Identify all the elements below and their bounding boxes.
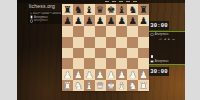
- square-e8[interactable]: ♚: [106, 4, 117, 15]
- square-c2[interactable]: ♟: [84, 69, 95, 80]
- square-d2[interactable]: ♟: [95, 69, 106, 80]
- player-bottom-color-icon: [150, 60, 154, 64]
- black-rook[interactable]: ♜: [63, 5, 72, 15]
- square-b6[interactable]: [73, 26, 84, 37]
- white-pawn[interactable]: ♟: [96, 70, 105, 80]
- black-bishop[interactable]: ♝: [118, 5, 127, 15]
- square-d6[interactable]: [95, 26, 106, 37]
- square-a8[interactable]: ♜: [62, 4, 73, 15]
- black-pawn[interactable]: ♟: [96, 16, 105, 26]
- black-pawn[interactable]: ♟: [139, 16, 148, 26]
- square-d4[interactable]: [95, 48, 106, 59]
- black-pawn[interactable]: ♟: [63, 16, 72, 26]
- black-rook[interactable]: ♜: [139, 5, 148, 15]
- white-queen[interactable]: ♛: [96, 81, 105, 91]
- square-a6[interactable]: [62, 26, 73, 37]
- square-c6[interactable]: [84, 26, 95, 37]
- square-b5[interactable]: [73, 37, 84, 48]
- next-move-icon[interactable]: ▶: [168, 38, 170, 41]
- chess-board[interactable]: ♜♞♝♛♚♝♞♜♟♟♟♟♟♟♟♟♟♟♟♟♟♟♟♟♜♞♝♛♚♝♞♜: [62, 4, 149, 91]
- square-c3[interactable]: [84, 58, 95, 69]
- top-nav-links[interactable]: [105, 1, 137, 2]
- square-g8[interactable]: ♞: [127, 4, 138, 15]
- square-b2[interactable]: ♟: [73, 69, 84, 80]
- square-f6[interactable]: [116, 26, 127, 37]
- square-h1[interactable]: ♜: [138, 80, 149, 91]
- prev-move-icon[interactable]: ◀: [164, 38, 166, 41]
- square-a7[interactable]: ♟: [62, 15, 73, 26]
- square-f1[interactable]: ♝: [116, 80, 127, 91]
- square-a4[interactable]: [62, 48, 73, 59]
- black-pawn[interactable]: ♟: [85, 16, 94, 26]
- square-e3[interactable]: [106, 58, 117, 69]
- white-pawn[interactable]: ♟: [74, 70, 83, 80]
- black-pawn[interactable]: ♟: [118, 16, 127, 26]
- square-g4[interactable]: [127, 48, 138, 59]
- square-g5[interactable]: [127, 37, 138, 48]
- square-d7[interactable]: ♟: [95, 15, 106, 26]
- black-pawn[interactable]: ♟: [128, 16, 137, 26]
- white-knight[interactable]: ♞: [74, 81, 83, 91]
- square-b8[interactable]: ♞: [73, 4, 84, 15]
- square-b1[interactable]: ♞: [73, 80, 84, 91]
- square-g6[interactable]: [127, 26, 138, 37]
- square-f3[interactable]: [116, 58, 127, 69]
- clock-bottom: 30:00: [149, 67, 169, 76]
- square-h7[interactable]: ♟: [138, 15, 149, 26]
- white-pawn[interactable]: ♟: [118, 70, 127, 80]
- square-c8[interactable]: ♝: [84, 4, 95, 15]
- black-color-icon: [30, 19, 34, 23]
- square-b3[interactable]: [73, 58, 84, 69]
- square-b7[interactable]: ♟: [73, 15, 84, 26]
- white-pawn[interactable]: ♟: [85, 70, 94, 80]
- square-e1[interactable]: ♚: [106, 80, 117, 91]
- square-h3[interactable]: [138, 58, 149, 69]
- square-h6[interactable]: [138, 26, 149, 37]
- square-a5[interactable]: [62, 37, 73, 48]
- square-f5[interactable]: [116, 37, 127, 48]
- square-e7[interactable]: ♟: [106, 15, 117, 26]
- chat-icon[interactable]: [151, 55, 153, 57]
- white-bishop[interactable]: ♝: [85, 81, 94, 91]
- white-rook[interactable]: ♜: [63, 81, 72, 91]
- black-knight[interactable]: ♞: [128, 5, 137, 15]
- square-f2[interactable]: ♟: [116, 69, 127, 80]
- square-c1[interactable]: ♝: [84, 80, 95, 91]
- first-move-icon[interactable]: ⏮: [159, 38, 162, 41]
- square-a2[interactable]: ♟: [62, 69, 73, 80]
- square-e2[interactable]: ♟: [106, 69, 117, 80]
- square-f8[interactable]: ♝: [116, 4, 127, 15]
- black-bishop[interactable]: ♝: [85, 5, 94, 15]
- square-f7[interactable]: ♟: [116, 15, 127, 26]
- game-info-box: ◷ 30+0 • Casual • Classical Anonymous An…: [28, 11, 62, 24]
- square-e6[interactable]: [106, 26, 117, 37]
- square-g2[interactable]: ♟: [127, 69, 138, 80]
- square-b4[interactable]: [73, 48, 84, 59]
- white-pawn[interactable]: ♟: [139, 70, 148, 80]
- site-logo[interactable]: lichess.org: [29, 4, 55, 9]
- square-c7[interactable]: ♟: [84, 15, 95, 26]
- clock-top: 30:00: [149, 21, 169, 30]
- square-f4[interactable]: [116, 48, 127, 59]
- square-e5[interactable]: [106, 37, 117, 48]
- black-king[interactable]: ♚: [107, 5, 116, 15]
- game-side-panel: Anonymous ⏮ ◀ ▶ ⏭ Anonymous: [149, 31, 185, 65]
- last-move-icon[interactable]: ⏭: [172, 38, 175, 41]
- white-bishop[interactable]: ♝: [118, 81, 127, 91]
- white-rook[interactable]: ♜: [139, 81, 148, 91]
- lichess-game-page: lichess.org ◷ 30+0 • Casual • Classical …: [0, 0, 200, 100]
- black-player-line[interactable]: Anonymous: [30, 19, 61, 23]
- square-h2[interactable]: ♟: [138, 69, 149, 80]
- square-e4[interactable]: [106, 48, 117, 59]
- square-h8[interactable]: ♜: [138, 4, 149, 15]
- move-list: [149, 41, 185, 58]
- white-pawn[interactable]: ♟: [128, 70, 137, 80]
- square-d8[interactable]: ♛: [95, 4, 106, 15]
- player-top-color-icon: [150, 33, 154, 37]
- white-pawn[interactable]: ♟: [107, 70, 116, 80]
- square-c4[interactable]: [84, 48, 95, 59]
- square-h5[interactable]: [138, 37, 149, 48]
- square-a3[interactable]: [62, 58, 73, 69]
- square-c5[interactable]: [84, 37, 95, 48]
- square-h4[interactable]: [138, 48, 149, 59]
- black-pawn[interactable]: ♟: [74, 16, 83, 26]
- black-queen[interactable]: ♛: [96, 5, 105, 15]
- square-d3[interactable]: [95, 58, 106, 69]
- square-g1[interactable]: ♞: [127, 80, 138, 91]
- square-a1[interactable]: ♜: [62, 80, 73, 91]
- white-knight[interactable]: ♞: [128, 81, 137, 91]
- white-king[interactable]: ♚: [107, 81, 116, 91]
- player-bottom-row[interactable]: Anonymous: [149, 59, 185, 64]
- white-pawn[interactable]: ♟: [63, 70, 72, 80]
- square-d1[interactable]: ♛: [95, 80, 106, 91]
- square-g7[interactable]: ♟: [127, 15, 138, 26]
- black-pawn[interactable]: ♟: [107, 16, 116, 26]
- black-knight[interactable]: ♞: [74, 5, 83, 15]
- square-d5[interactable]: [95, 37, 106, 48]
- square-g3[interactable]: [127, 58, 138, 69]
